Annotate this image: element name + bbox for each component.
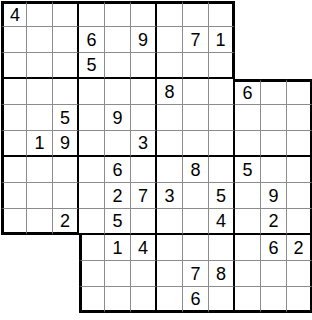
cell-r3c7[interactable] — [157, 53, 183, 79]
cell-r12c9[interactable] — [209, 287, 235, 313]
cell-r6c12[interactable] — [287, 131, 312, 157]
sudoku-board: 46971586591936852735925421462786 — [1, 1, 312, 313]
cell-r4c11[interactable] — [261, 79, 287, 105]
cell-r12c4[interactable] — [79, 287, 105, 313]
outside-area — [287, 1, 312, 27]
cell-r12c12[interactable] — [287, 287, 312, 313]
cell-r1c7[interactable] — [157, 1, 183, 27]
cell-r2c2[interactable] — [27, 27, 53, 53]
given-digit: 5 — [112, 212, 122, 230]
outside-area — [261, 1, 287, 27]
cell-r2c7[interactable] — [157, 27, 183, 53]
cell-r9c9[interactable]: 4 — [209, 209, 235, 235]
given-digit: 6 — [86, 31, 96, 49]
cell-r5c11[interactable] — [261, 105, 287, 131]
cell-r7c8[interactable]: 8 — [183, 157, 209, 183]
outside-area — [287, 53, 312, 79]
given-digit: 8 — [164, 83, 174, 101]
cell-r9c7[interactable] — [157, 209, 183, 235]
cell-r2c1[interactable] — [1, 27, 27, 53]
cell-r3c1[interactable] — [1, 53, 27, 79]
cell-r10c6[interactable]: 4 — [131, 235, 157, 261]
cell-r5c3[interactable]: 5 — [53, 105, 79, 131]
given-digit: 6 — [268, 239, 278, 257]
cell-r5c7[interactable] — [157, 105, 183, 131]
cell-r8c9[interactable]: 5 — [209, 183, 235, 209]
cell-r3c9[interactable] — [209, 53, 235, 79]
cell-r10c11[interactable]: 6 — [261, 235, 287, 261]
cell-r4c12[interactable] — [287, 79, 312, 105]
cell-r7c1[interactable] — [1, 157, 27, 183]
cell-r1c2[interactable] — [27, 1, 53, 27]
cell-r5c12[interactable] — [287, 105, 312, 131]
cell-r3c2[interactable] — [27, 53, 53, 79]
given-digit: 2 — [60, 212, 70, 230]
cell-r2c3[interactable] — [53, 27, 79, 53]
given-digit: 3 — [138, 134, 148, 152]
cell-r1c3[interactable] — [53, 1, 79, 27]
cell-r11c7[interactable] — [157, 261, 183, 287]
outside-area — [1, 287, 27, 313]
cell-r1c9[interactable] — [209, 1, 235, 27]
cell-r6c7[interactable] — [157, 131, 183, 157]
cell-r11c12[interactable] — [287, 261, 312, 287]
cell-r1c6[interactable] — [131, 1, 157, 27]
cell-r7c5[interactable]: 6 — [105, 157, 131, 183]
given-digit: 5 — [60, 109, 70, 127]
cell-r7c12[interactable] — [287, 157, 312, 183]
cell-r5c10[interactable] — [235, 105, 261, 131]
cell-r2c4[interactable]: 6 — [79, 27, 105, 53]
outside-area — [53, 235, 79, 261]
cell-r9c6[interactable] — [131, 209, 157, 235]
given-digit: 6 — [112, 161, 122, 179]
cell-r10c12[interactable]: 2 — [287, 235, 312, 261]
cell-r9c1[interactable] — [1, 209, 27, 235]
cell-r11c5[interactable] — [105, 261, 131, 287]
outside-area — [53, 287, 79, 313]
outside-area — [1, 261, 27, 287]
given-digit: 9 — [268, 187, 278, 205]
cell-r8c8[interactable] — [183, 183, 209, 209]
cell-r6c5[interactable] — [105, 131, 131, 157]
cell-r6c11[interactable] — [261, 131, 287, 157]
cell-r9c4[interactable] — [79, 209, 105, 235]
cell-r9c12[interactable] — [287, 209, 312, 235]
cell-r4c3[interactable] — [53, 79, 79, 105]
cell-r6c3[interactable]: 9 — [53, 131, 79, 157]
cell-r12c8[interactable]: 6 — [183, 287, 209, 313]
sudoku-puzzle: 46971586591936852735925421462786 — [0, 0, 312, 313]
cell-r4c10[interactable]: 6 — [235, 79, 261, 105]
cell-r1c1[interactable]: 4 — [1, 1, 27, 27]
cell-r11c4[interactable] — [79, 261, 105, 287]
outside-area — [1, 235, 27, 261]
given-digit: 1 — [112, 239, 122, 257]
cell-r9c3[interactable]: 2 — [53, 209, 79, 235]
given-digit: 4 — [138, 239, 148, 257]
cell-r3c3[interactable] — [53, 53, 79, 79]
cell-r2c8[interactable]: 7 — [183, 27, 209, 53]
cell-r6c10[interactable] — [235, 131, 261, 157]
cell-r10c10[interactable] — [235, 235, 261, 261]
cell-r8c3[interactable] — [53, 183, 79, 209]
given-digit: 8 — [190, 161, 200, 179]
cell-r6c1[interactable] — [1, 131, 27, 157]
cell-r8c5[interactable]: 2 — [105, 183, 131, 209]
cell-r5c1[interactable] — [1, 105, 27, 131]
cell-r10c8[interactable] — [183, 235, 209, 261]
cell-r5c9[interactable] — [209, 105, 235, 131]
cell-r1c5[interactable] — [105, 1, 131, 27]
given-digit: 4 — [10, 6, 20, 24]
given-digit: 3 — [164, 187, 174, 205]
cell-r9c2[interactable] — [27, 209, 53, 235]
cell-r4c7[interactable]: 8 — [157, 79, 183, 105]
cell-r4c1[interactable] — [1, 79, 27, 105]
given-digit: 5 — [216, 187, 226, 205]
cell-r8c12[interactable] — [287, 183, 312, 209]
cell-r4c2[interactable] — [27, 79, 53, 105]
cell-r8c10[interactable] — [235, 183, 261, 209]
outside-area — [235, 53, 261, 79]
cell-r6c6[interactable]: 3 — [131, 131, 157, 157]
cell-r12c6[interactable] — [131, 287, 157, 313]
cell-r8c4[interactable] — [79, 183, 105, 209]
cell-r3c5[interactable] — [105, 53, 131, 79]
given-digit: 1 — [215, 31, 225, 49]
outside-area — [27, 287, 53, 313]
cell-r7c9[interactable] — [209, 157, 235, 183]
cell-r1c8[interactable] — [183, 1, 209, 27]
cell-r11c10[interactable] — [235, 261, 261, 287]
cell-r5c2[interactable] — [27, 105, 53, 131]
cell-r8c11[interactable]: 9 — [261, 183, 287, 209]
cell-r10c4[interactable] — [79, 235, 105, 261]
given-digit: 2 — [112, 187, 122, 205]
cell-r7c7[interactable] — [157, 157, 183, 183]
given-digit: 6 — [242, 84, 252, 102]
outside-area — [27, 235, 53, 261]
given-digit: 2 — [293, 239, 303, 257]
cell-r8c6[interactable]: 7 — [131, 183, 157, 209]
cell-r6c4[interactable] — [79, 131, 105, 157]
cell-r6c2[interactable]: 1 — [27, 131, 53, 157]
given-digit: 9 — [138, 31, 148, 49]
cell-r4c4[interactable] — [79, 79, 105, 105]
given-digit: 6 — [190, 290, 200, 308]
cell-r6c9[interactable] — [209, 131, 235, 157]
cell-r4c6[interactable] — [131, 79, 157, 105]
cell-r12c11[interactable] — [261, 287, 287, 313]
outside-area — [261, 53, 287, 79]
cell-r7c2[interactable] — [27, 157, 53, 183]
cell-r7c11[interactable] — [261, 157, 287, 183]
given-digit: 7 — [138, 187, 148, 205]
cell-r2c5[interactable] — [105, 27, 131, 53]
cell-r9c8[interactable] — [183, 209, 209, 235]
cell-r5c5[interactable]: 9 — [105, 105, 131, 131]
cell-r5c6[interactable] — [131, 105, 157, 131]
cell-r8c2[interactable] — [27, 183, 53, 209]
given-digit: 8 — [216, 265, 226, 283]
given-digit: 1 — [34, 134, 44, 152]
cell-r11c8[interactable]: 7 — [183, 261, 209, 287]
cell-r1c4[interactable] — [79, 1, 105, 27]
cell-r9c5[interactable]: 5 — [105, 209, 131, 235]
cell-r5c8[interactable] — [183, 105, 209, 131]
cell-r11c9[interactable]: 8 — [209, 261, 235, 287]
cell-r9c11[interactable]: 2 — [261, 209, 287, 235]
cell-r10c9[interactable] — [209, 235, 235, 261]
cell-r12c5[interactable] — [105, 287, 131, 313]
cell-r5c4[interactable] — [79, 105, 105, 131]
cell-r11c11[interactable] — [261, 261, 287, 287]
cell-r9c10[interactable] — [235, 209, 261, 235]
given-digit: 9 — [112, 109, 122, 127]
given-digit: 2 — [268, 212, 278, 230]
cell-r10c7[interactable] — [157, 235, 183, 261]
cell-r12c10[interactable] — [235, 287, 261, 313]
cell-r4c5[interactable] — [105, 79, 131, 105]
cell-r7c3[interactable] — [53, 157, 79, 183]
given-digit: 4 — [216, 212, 226, 230]
outside-area — [235, 27, 261, 53]
cell-r2c9[interactable]: 1 — [209, 27, 235, 53]
cell-r3c4[interactable]: 5 — [79, 53, 105, 79]
cell-r3c6[interactable] — [131, 53, 157, 79]
given-digit: 9 — [60, 134, 70, 152]
given-digit: 7 — [190, 265, 200, 283]
cell-r4c9[interactable] — [209, 79, 235, 105]
cell-r11c6[interactable] — [131, 261, 157, 287]
cell-r2c6[interactable]: 9 — [131, 27, 157, 53]
outside-area — [53, 261, 79, 287]
cell-r7c6[interactable] — [131, 157, 157, 183]
cell-r10c5[interactable]: 1 — [105, 235, 131, 261]
cell-r8c7[interactable]: 3 — [157, 183, 183, 209]
cell-r4c8[interactable] — [183, 79, 209, 105]
cell-r8c1[interactable] — [1, 183, 27, 209]
given-digit: 7 — [190, 31, 200, 49]
outside-area — [27, 261, 53, 287]
outside-area — [261, 27, 287, 53]
cell-r6c8[interactable] — [183, 131, 209, 157]
cell-r7c4[interactable] — [79, 157, 105, 183]
cell-r12c7[interactable] — [157, 287, 183, 313]
outside-area — [287, 27, 312, 53]
cell-r3c8[interactable] — [183, 53, 209, 79]
cell-r7c10[interactable]: 5 — [235, 157, 261, 183]
given-digit: 5 — [242, 161, 252, 179]
given-digit: 5 — [86, 56, 96, 74]
outside-area — [235, 1, 261, 27]
